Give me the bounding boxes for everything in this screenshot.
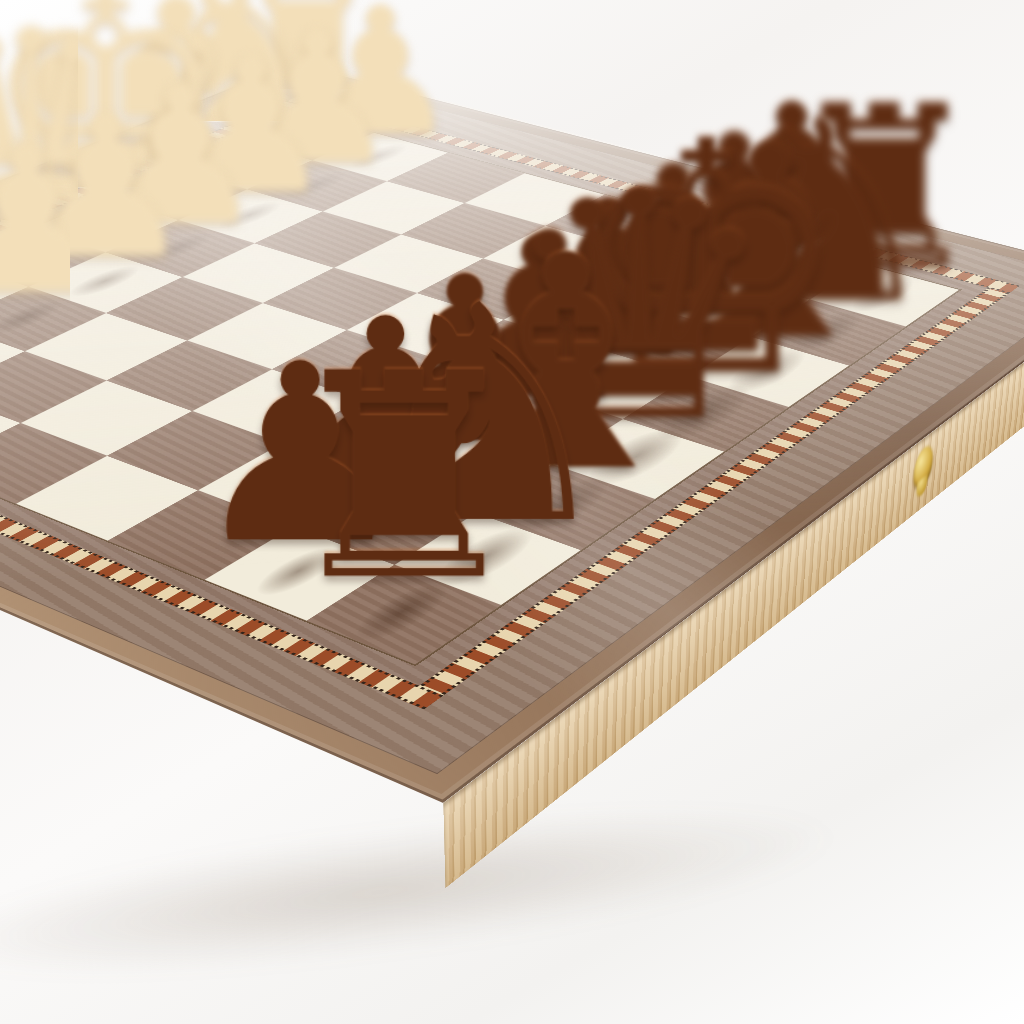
scene-3d: ♜♞♝♛♚♝♞♜♟♟♟♟♟♟♟♟♟♟♟♟♟♟♟♟♜♞♝♛♚♝♞♜ bbox=[0, 0, 1024, 1024]
chess-board: ♜♞♝♛♚♝♞♜♟♟♟♟♟♟♟♟♟♟♟♟♟♟♟♟♜♞♝♛♚♝♞♜ bbox=[0, 63, 1024, 803]
photo-stage: ♜♞♝♛♚♝♞♜♟♟♟♟♟♟♟♟♟♟♟♟♟♟♟♟♜♞♝♛♚♝♞♜ bbox=[0, 0, 1024, 1024]
brass-clasp bbox=[909, 439, 936, 507]
piece-black-rook-a8: ♜ bbox=[278, 343, 532, 612]
piece-white-pawn-b2: ♟ bbox=[0, 157, 37, 356]
